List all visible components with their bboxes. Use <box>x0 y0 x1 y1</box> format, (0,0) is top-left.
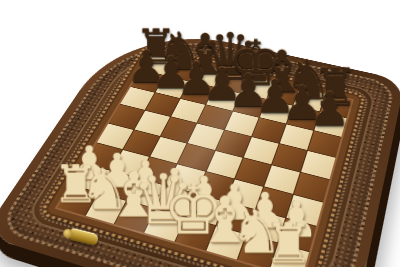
piece-glyph: ♜ <box>242 215 335 267</box>
chess-set-photo: ♜♞♝♛♚♝♞♜♟♟♟♟♟♟♟♟♟♟♟♟♟♟♟♟♜♞♝♛♚♝♞♜ <box>0 0 400 267</box>
